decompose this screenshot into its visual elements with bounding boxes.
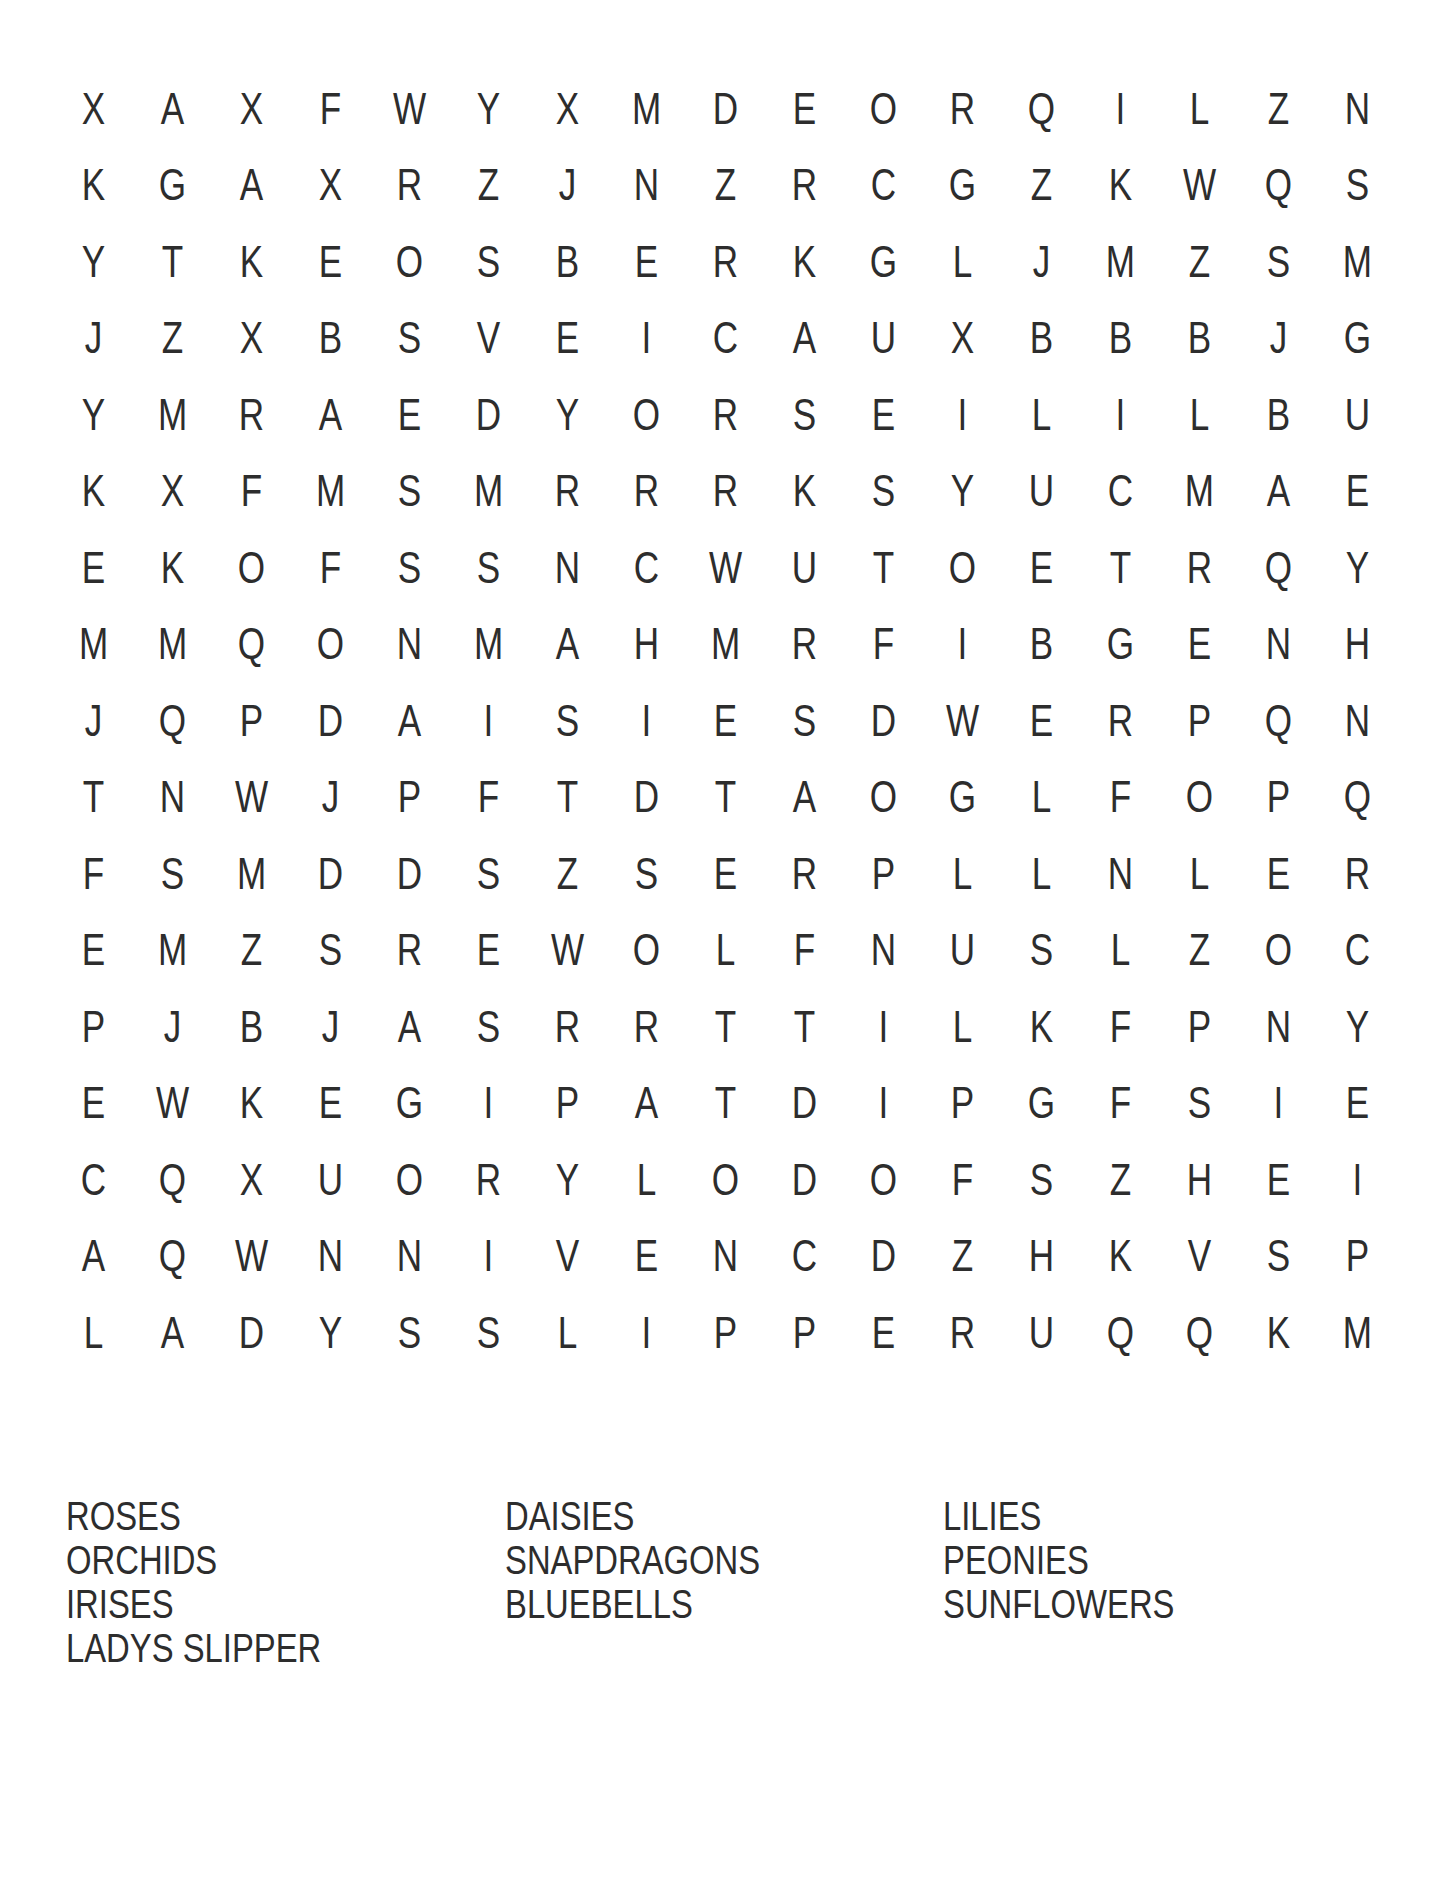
grid-cell[interactable]: M [695, 606, 757, 683]
grid-cell[interactable]: C [774, 1218, 836, 1295]
grid-cell[interactable]: K [774, 453, 836, 530]
grid-cell[interactable]: O [300, 606, 362, 683]
grid-cell[interactable]: K [1090, 147, 1152, 224]
grid-cell[interactable]: F [774, 912, 836, 989]
grid-cell[interactable]: E [1011, 529, 1073, 606]
grid-cell[interactable]: Y [300, 1294, 362, 1371]
grid-cell[interactable]: H [1169, 1141, 1231, 1218]
grid-cell[interactable]: M [458, 453, 520, 530]
grid-cell[interactable]: Y [63, 376, 125, 453]
grid-cell[interactable]: Z [932, 1218, 994, 1295]
grid-cell[interactable]: P [379, 759, 441, 836]
grid-cell[interactable]: D [300, 835, 362, 912]
grid-cell[interactable]: Z [1248, 70, 1310, 147]
grid-cell[interactable]: L [616, 1141, 678, 1218]
grid-cell[interactable]: L [1090, 912, 1152, 989]
grid-cell[interactable]: W [1169, 147, 1231, 224]
word-list-column: LILIESPEONIESSUNFLOWERS [943, 1494, 1232, 1626]
grid-cell[interactable]: W [695, 529, 757, 606]
grid-cell[interactable]: L [1169, 70, 1231, 147]
grid-cell[interactable]: E [300, 1065, 362, 1142]
grid-cell[interactable]: D [300, 682, 362, 759]
grid-cell[interactable]: D [774, 1141, 836, 1218]
grid-cell[interactable]: X [300, 147, 362, 224]
grid-cell[interactable]: W [221, 759, 283, 836]
word-list-item: ROSES [66, 1494, 321, 1538]
grid-cell[interactable]: A [616, 1065, 678, 1142]
grid-cell[interactable]: I [853, 1065, 915, 1142]
grid-cell[interactable]: X [221, 300, 283, 377]
grid-cell[interactable]: R [695, 376, 757, 453]
grid-cell[interactable]: O [379, 1141, 441, 1218]
grid-cell[interactable]: I [1090, 70, 1152, 147]
grid-cell[interactable]: L [1169, 376, 1231, 453]
grid-cell[interactable]: N [142, 759, 204, 836]
grid-cell[interactable]: A [1248, 453, 1310, 530]
grid-cell[interactable]: E [63, 529, 125, 606]
grid-cell[interactable]: S [1248, 223, 1310, 300]
grid-cell[interactable]: J [63, 300, 125, 377]
grid-cell[interactable]: H [1011, 1218, 1073, 1295]
grid-cell[interactable]: E [537, 300, 599, 377]
grid-cell[interactable]: O [695, 1141, 757, 1218]
grid-cell[interactable]: J [1248, 300, 1310, 377]
grid-cell[interactable]: W [537, 912, 599, 989]
grid-cell[interactable]: X [537, 70, 599, 147]
grid-cell[interactable]: F [1090, 988, 1152, 1065]
grid-cell[interactable]: M [63, 606, 125, 683]
grid-cell[interactable]: B [537, 223, 599, 300]
grid-cell[interactable]: Q [142, 1141, 204, 1218]
grid-cell[interactable]: M [458, 606, 520, 683]
grid-cell[interactable]: S [458, 835, 520, 912]
grid-cell[interactable]: K [63, 147, 125, 224]
grid-cell[interactable]: S [300, 912, 362, 989]
grid-cell[interactable]: O [853, 1141, 915, 1218]
grid-cell[interactable]: N [1248, 988, 1310, 1065]
grid-cell[interactable]: J [1011, 223, 1073, 300]
grid-cell[interactable]: Z [221, 912, 283, 989]
grid-cell[interactable]: I [458, 682, 520, 759]
grid-cell[interactable]: Z [1090, 1141, 1152, 1218]
grid-cell[interactable]: I [458, 1065, 520, 1142]
grid-cell[interactable]: Z [1011, 147, 1073, 224]
word-search-grid: XAXFWYXMDEORQILZNKGAXRZJNZRCGZKWQSYTKEOS… [54, 70, 1397, 1371]
grid-cell[interactable]: M [1327, 1294, 1389, 1371]
grid-cell[interactable]: C [695, 300, 757, 377]
grid-cell[interactable]: Z [142, 300, 204, 377]
grid-cell[interactable]: R [379, 147, 441, 224]
grid-cell[interactable]: P [221, 682, 283, 759]
grid-cell[interactable]: R [695, 453, 757, 530]
grid-cell[interactable]: C [1327, 912, 1389, 989]
grid-cell[interactable]: V [537, 1218, 599, 1295]
grid-cell[interactable]: J [300, 988, 362, 1065]
grid-cell[interactable]: E [1011, 682, 1073, 759]
word-list-item: LADYS SLIPPER [66, 1626, 321, 1670]
grid-cell[interactable]: Q [1327, 759, 1389, 836]
grid-cell[interactable]: E [379, 376, 441, 453]
grid-cell[interactable]: E [616, 223, 678, 300]
grid-cell[interactable]: X [221, 70, 283, 147]
grid-cell[interactable]: A [300, 376, 362, 453]
grid-cell[interactable]: A [537, 606, 599, 683]
grid-cell[interactable]: C [63, 1141, 125, 1218]
grid-cell[interactable]: F [300, 70, 362, 147]
grid-cell[interactable]: N [616, 147, 678, 224]
grid-cell[interactable]: N [1327, 70, 1389, 147]
grid-cell[interactable]: S [458, 1294, 520, 1371]
grid-cell[interactable]: P [1169, 988, 1231, 1065]
grid-cell[interactable]: S [537, 682, 599, 759]
grid-cell[interactable]: E [853, 1294, 915, 1371]
grid-cell[interactable]: N [379, 1218, 441, 1295]
grid-cell[interactable]: I [616, 1294, 678, 1371]
grid-cell[interactable]: B [1011, 300, 1073, 377]
grid-cell[interactable]: Z [1169, 912, 1231, 989]
word-list-column: ROSESORCHIDSIRISESLADYS SLIPPER [66, 1494, 385, 1670]
grid-cell[interactable]: Q [1248, 529, 1310, 606]
grid-cell[interactable]: R [458, 1141, 520, 1218]
grid-cell[interactable]: S [379, 529, 441, 606]
grid-cell[interactable]: Q [1090, 1294, 1152, 1371]
grid-cell[interactable]: K [1248, 1294, 1310, 1371]
grid-cell[interactable]: P [853, 835, 915, 912]
grid-cell[interactable]: U [1011, 453, 1073, 530]
grid-cell[interactable]: Q [1248, 682, 1310, 759]
grid-cell[interactable]: A [142, 1294, 204, 1371]
grid-cell[interactable]: N [300, 1218, 362, 1295]
grid-cell[interactable]: M [1327, 223, 1389, 300]
grid-cell[interactable]: K [221, 1065, 283, 1142]
grid-cell[interactable]: D [458, 376, 520, 453]
grid-cell[interactable]: D [695, 70, 757, 147]
grid-cell[interactable]: P [774, 1294, 836, 1371]
grid-cell[interactable]: T [63, 759, 125, 836]
grid-cell[interactable]: A [63, 1218, 125, 1295]
grid-cell[interactable]: S [1011, 912, 1073, 989]
grid-cell[interactable]: T [537, 759, 599, 836]
grid-cell[interactable]: Q [142, 1218, 204, 1295]
grid-cell[interactable]: P [63, 988, 125, 1065]
word-list-item: SNAPDRAGONS [505, 1538, 760, 1582]
grid-cell[interactable]: E [774, 70, 836, 147]
grid-cell[interactable]: G [932, 147, 994, 224]
grid-cell[interactable]: Z [537, 835, 599, 912]
grid-cell[interactable]: R [379, 912, 441, 989]
grid-cell[interactable]: I [932, 376, 994, 453]
grid-cell[interactable]: A [774, 759, 836, 836]
grid-cell[interactable]: F [458, 759, 520, 836]
grid-cell[interactable]: S [458, 223, 520, 300]
grid-cell[interactable]: P [695, 1294, 757, 1371]
grid-cell[interactable]: L [63, 1294, 125, 1371]
grid-cell[interactable]: J [537, 147, 599, 224]
grid-cell[interactable]: R [1327, 835, 1389, 912]
grid-cell[interactable]: L [1011, 759, 1073, 836]
grid-cell[interactable]: T [695, 759, 757, 836]
grid-cell[interactable]: S [1327, 147, 1389, 224]
grid-cell[interactable]: M [1090, 223, 1152, 300]
grid-cell[interactable]: L [537, 1294, 599, 1371]
grid-cell[interactable]: E [458, 912, 520, 989]
grid-cell[interactable]: F [1090, 1065, 1152, 1142]
grid-cell[interactable]: E [63, 912, 125, 989]
grid-cell[interactable]: D [853, 1218, 915, 1295]
grid-cell[interactable]: N [537, 529, 599, 606]
grid-cell[interactable]: J [63, 682, 125, 759]
grid-cell[interactable]: S [1248, 1218, 1310, 1295]
grid-cell[interactable]: U [853, 300, 915, 377]
grid-cell[interactable]: R [616, 453, 678, 530]
grid-cell[interactable]: Y [932, 453, 994, 530]
grid-cell[interactable]: R [537, 988, 599, 1065]
grid-cell[interactable]: R [774, 606, 836, 683]
grid-cell[interactable]: S [142, 835, 204, 912]
grid-cell[interactable]: N [853, 912, 915, 989]
grid-cell[interactable]: E [1327, 453, 1389, 530]
grid-cell[interactable]: F [300, 529, 362, 606]
grid-cell[interactable]: E [616, 1218, 678, 1295]
grid-cell[interactable]: W [932, 682, 994, 759]
grid-cell[interactable]: S [616, 835, 678, 912]
grid-cell[interactable]: S [379, 300, 441, 377]
grid-cell[interactable]: K [221, 223, 283, 300]
grid-cell[interactable]: H [616, 606, 678, 683]
grid-cell[interactable]: S [1169, 1065, 1231, 1142]
grid-cell[interactable]: S [1011, 1141, 1073, 1218]
grid-cell[interactable]: A [379, 988, 441, 1065]
grid-cell[interactable]: P [1327, 1218, 1389, 1295]
grid-cell[interactable]: R [1090, 682, 1152, 759]
word-list-item: ORCHIDS [66, 1538, 321, 1582]
grid-cell[interactable]: L [1011, 835, 1073, 912]
grid-cell[interactable]: Y [1327, 529, 1389, 606]
grid-cell[interactable]: S [774, 376, 836, 453]
grid-cell[interactable]: C [616, 529, 678, 606]
grid-cell[interactable]: O [853, 759, 915, 836]
grid-cell[interactable]: X [932, 300, 994, 377]
word-list-item: BLUEBELLS [505, 1582, 760, 1626]
word-list: ROSESORCHIDSIRISESLADYS SLIPPERDAISIESSN… [0, 1494, 1445, 1714]
grid-cell[interactable]: O [932, 529, 994, 606]
grid-cell[interactable]: E [1248, 835, 1310, 912]
grid-cell[interactable]: U [774, 529, 836, 606]
grid-cell[interactable]: K [142, 529, 204, 606]
grid-cell[interactable]: G [1090, 606, 1152, 683]
grid-cell[interactable]: E [695, 835, 757, 912]
grid-cell[interactable]: E [853, 376, 915, 453]
grid-cell[interactable]: E [1169, 606, 1231, 683]
grid-cell[interactable]: L [695, 912, 757, 989]
grid-cell[interactable]: M [616, 70, 678, 147]
grid-cell[interactable]: X [142, 453, 204, 530]
grid-cell[interactable]: W [221, 1218, 283, 1295]
word-list-item: SUNFLOWERS [943, 1582, 1174, 1626]
grid-cell[interactable]: D [221, 1294, 283, 1371]
grid-cell[interactable]: Q [1248, 147, 1310, 224]
grid-cell[interactable]: I [853, 988, 915, 1065]
grid-cell[interactable]: O [221, 529, 283, 606]
grid-cell[interactable]: N [1327, 682, 1389, 759]
grid-cell[interactable]: M [142, 376, 204, 453]
grid-cell[interactable]: B [221, 988, 283, 1065]
grid-cell[interactable]: G [853, 223, 915, 300]
grid-cell[interactable]: L [932, 835, 994, 912]
grid-cell[interactable]: M [221, 835, 283, 912]
grid-cell[interactable]: Q [221, 606, 283, 683]
grid-cell[interactable]: T [142, 223, 204, 300]
grid-cell[interactable]: B [1248, 376, 1310, 453]
grid-cell[interactable]: F [853, 606, 915, 683]
grid-cell[interactable]: N [695, 1218, 757, 1295]
grid-cell[interactable]: I [458, 1218, 520, 1295]
grid-cell[interactable]: R [932, 70, 994, 147]
grid-cell[interactable]: S [774, 682, 836, 759]
grid-cell[interactable]: U [1011, 1294, 1073, 1371]
grid-cell[interactable]: O [616, 912, 678, 989]
grid-cell[interactable]: K [63, 453, 125, 530]
grid-cell[interactable]: N [1248, 606, 1310, 683]
grid-cell[interactable]: S [379, 453, 441, 530]
grid-cell[interactable]: T [774, 988, 836, 1065]
grid-cell[interactable]: F [932, 1141, 994, 1218]
grid-cell[interactable]: W [379, 70, 441, 147]
grid-cell[interactable]: O [1248, 912, 1310, 989]
grid-cell[interactable]: K [1090, 1218, 1152, 1295]
grid-cell[interactable]: R [221, 376, 283, 453]
grid-cell[interactable]: G [379, 1065, 441, 1142]
grid-cell[interactable]: B [1090, 300, 1152, 377]
grid-cell[interactable]: M [300, 453, 362, 530]
grid-cell[interactable]: O [853, 70, 915, 147]
grid-cell[interactable]: I [616, 300, 678, 377]
grid-cell[interactable]: M [1169, 453, 1231, 530]
grid-cell[interactable]: O [379, 223, 441, 300]
grid-cell[interactable]: H [1327, 606, 1389, 683]
grid-cell[interactable]: B [1169, 300, 1231, 377]
grid-cell[interactable]: G [142, 147, 204, 224]
grid-cell[interactable]: W [142, 1065, 204, 1142]
grid-cell[interactable]: T [695, 1065, 757, 1142]
grid-cell[interactable]: S [458, 529, 520, 606]
grid-cell[interactable]: Z [695, 147, 757, 224]
grid-cell[interactable]: I [1327, 1141, 1389, 1218]
grid-cell[interactable]: Y [458, 70, 520, 147]
grid-cell[interactable]: G [1327, 300, 1389, 377]
grid-cell[interactable]: Y [537, 1141, 599, 1218]
grid-cell[interactable]: A [221, 147, 283, 224]
grid-cell[interactable]: O [616, 376, 678, 453]
grid-cell[interactable]: Q [1011, 70, 1073, 147]
grid-cell[interactable]: E [63, 1065, 125, 1142]
grid-cell[interactable]: P [932, 1065, 994, 1142]
grid-cell[interactable]: D [853, 682, 915, 759]
grid-cell[interactable]: C [853, 147, 915, 224]
grid-cell[interactable]: A [142, 70, 204, 147]
grid-cell[interactable]: X [221, 1141, 283, 1218]
grid-cell[interactable]: S [458, 988, 520, 1065]
grid-cell[interactable]: L [932, 223, 994, 300]
grid-cell[interactable]: M [142, 912, 204, 989]
grid-cell[interactable]: X [63, 70, 125, 147]
grid-cell[interactable]: Z [1169, 223, 1231, 300]
grid-cell[interactable]: O [1169, 759, 1231, 836]
grid-cell[interactable]: L [932, 988, 994, 1065]
grid-cell[interactable]: D [774, 1065, 836, 1142]
grid-cell[interactable]: E [1248, 1141, 1310, 1218]
grid-cell[interactable]: T [853, 529, 915, 606]
grid-cell[interactable]: T [695, 988, 757, 1065]
grid-cell[interactable]: P [1169, 682, 1231, 759]
grid-cell[interactable]: Y [1327, 988, 1389, 1065]
grid-cell[interactable]: E [300, 223, 362, 300]
grid-cell[interactable]: F [221, 453, 283, 530]
grid-cell[interactable]: Z [458, 147, 520, 224]
grid-cell[interactable]: R [1169, 529, 1231, 606]
grid-cell[interactable]: F [1090, 759, 1152, 836]
grid-cell[interactable]: I [932, 606, 994, 683]
grid-cell[interactable]: I [1248, 1065, 1310, 1142]
grid-cell[interactable]: R [932, 1294, 994, 1371]
grid-cell[interactable]: Y [537, 376, 599, 453]
grid-cell[interactable]: B [300, 300, 362, 377]
grid-cell[interactable]: J [142, 988, 204, 1065]
grid-cell[interactable]: E [695, 682, 757, 759]
grid-cell[interactable]: M [142, 606, 204, 683]
grid-cell[interactable]: T [1090, 529, 1152, 606]
grid-cell[interactable]: S [853, 453, 915, 530]
word-list-item: DAISIES [505, 1494, 760, 1538]
grid-cell[interactable]: P [1248, 759, 1310, 836]
grid-cell[interactable]: K [774, 223, 836, 300]
grid-cell[interactable]: U [932, 912, 994, 989]
grid-cell[interactable]: U [300, 1141, 362, 1218]
grid-cell[interactable]: B [1011, 606, 1073, 683]
grid-cell[interactable]: E [1327, 1065, 1389, 1142]
grid-cell[interactable]: K [1011, 988, 1073, 1065]
grid-cell[interactable]: A [774, 300, 836, 377]
grid-cell[interactable]: N [379, 606, 441, 683]
grid-cell[interactable]: Y [63, 223, 125, 300]
grid-cell[interactable]: R [774, 835, 836, 912]
grid-cell[interactable]: L [1169, 835, 1231, 912]
grid-cell[interactable]: P [537, 1065, 599, 1142]
grid-cell[interactable]: D [379, 835, 441, 912]
grid-cell[interactable]: D [616, 759, 678, 836]
grid-cell[interactable]: V [458, 300, 520, 377]
grid-cell[interactable]: F [63, 835, 125, 912]
grid-cell[interactable]: G [932, 759, 994, 836]
grid-cell[interactable]: R [774, 147, 836, 224]
grid-cell[interactable]: N [1090, 835, 1152, 912]
grid-cell[interactable]: R [695, 223, 757, 300]
grid-cell[interactable]: R [616, 988, 678, 1065]
grid-cell[interactable]: Q [142, 682, 204, 759]
grid-cell[interactable]: I [1090, 376, 1152, 453]
grid-cell[interactable]: A [379, 682, 441, 759]
grid-cell[interactable]: L [1011, 376, 1073, 453]
grid-cell[interactable]: S [379, 1294, 441, 1371]
grid-cell[interactable]: J [300, 759, 362, 836]
grid-cell[interactable]: C [1090, 453, 1152, 530]
grid-cell[interactable]: U [1327, 376, 1389, 453]
grid-cell[interactable]: R [537, 453, 599, 530]
grid-cell[interactable]: V [1169, 1218, 1231, 1295]
grid-cell[interactable]: I [616, 682, 678, 759]
grid-cell[interactable]: G [1011, 1065, 1073, 1142]
grid-cell[interactable]: Q [1169, 1294, 1231, 1371]
